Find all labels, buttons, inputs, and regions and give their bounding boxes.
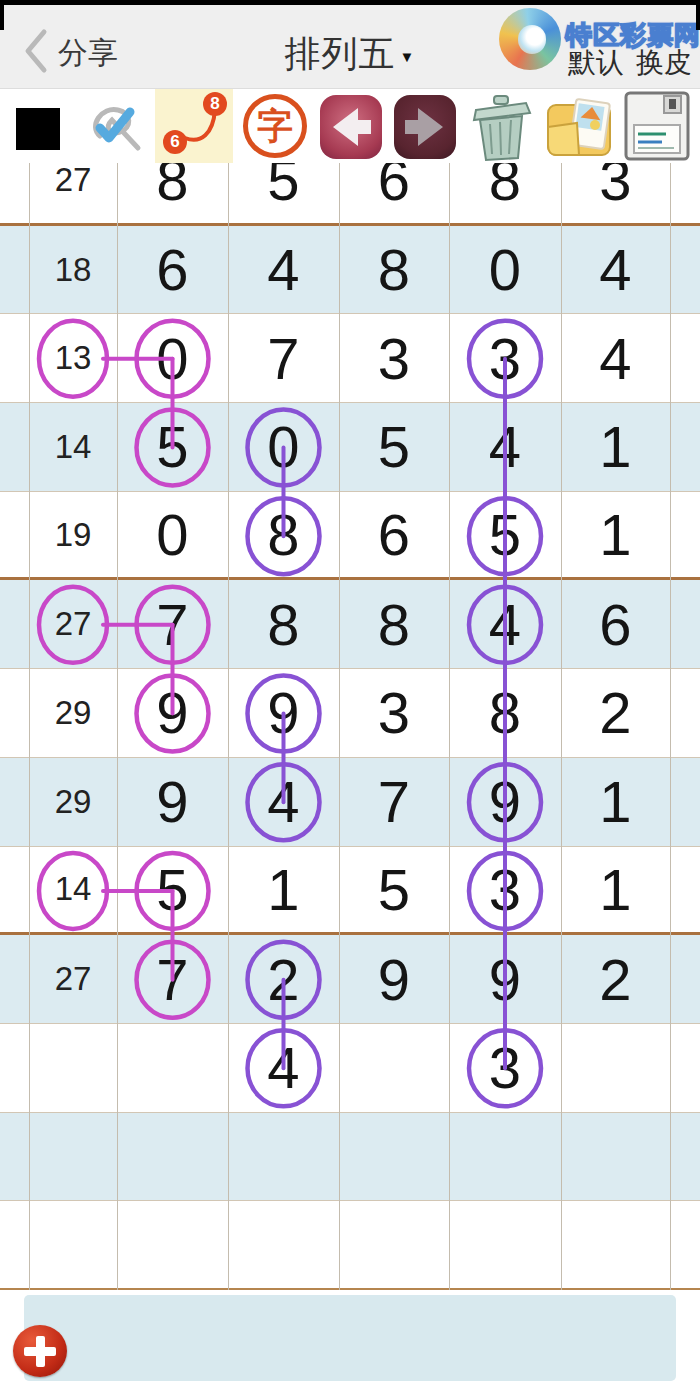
row-gutter (670, 758, 700, 846)
drawing-toolbar: 6 8 字 (0, 88, 700, 163)
digit-cell[interactable]: 4 (561, 314, 670, 402)
row-gutter (0, 1113, 29, 1201)
grid-vline (29, 137, 30, 1290)
digit-cell[interactable]: 1 (561, 403, 670, 491)
digit-cell[interactable]: 7 (117, 580, 228, 668)
digit-cell[interactable]: 5 (449, 492, 561, 578)
digit-cell[interactable]: 9 (117, 669, 228, 757)
digit-cell[interactable] (561, 1113, 670, 1201)
row-sum-label[interactable]: 18 (29, 226, 117, 314)
row-sum-label[interactable]: 19 (29, 492, 117, 578)
digit-cell[interactable]: 0 (117, 492, 228, 578)
stamp-glyph: 字 (257, 102, 293, 151)
select-check-tool-button[interactable] (86, 98, 150, 158)
footer-panel (24, 1295, 676, 1381)
digit-cell[interactable] (449, 1201, 561, 1288)
chart-row (0, 1201, 700, 1290)
check-lasso-icon (86, 98, 150, 158)
row-sum-label[interactable]: 29 (29, 758, 117, 846)
back-chevron-icon[interactable] (20, 26, 50, 80)
row-gutter (670, 1201, 700, 1288)
digit-cell[interactable] (339, 1113, 449, 1201)
chart-row (0, 1113, 700, 1202)
grid-vline (117, 137, 118, 1290)
brand-swirl-logo (499, 8, 561, 70)
digit-cell[interactable]: 8 (228, 492, 339, 578)
header-bar: 分享 排列五▼ 特区彩票网 默认换皮 (0, 0, 700, 89)
digit-cell[interactable]: 4 (228, 226, 339, 314)
share-button[interactable]: 分享 (58, 33, 118, 74)
trash-button[interactable] (466, 90, 536, 162)
floppy-disk-icon (622, 89, 692, 163)
chart-row: 2999382 (0, 669, 700, 758)
digit-cell[interactable]: 0 (449, 226, 561, 314)
digit-cell[interactable]: 5 (117, 847, 228, 933)
digit-cell[interactable]: 0 (228, 403, 339, 491)
digit-cell[interactable]: 5 (339, 847, 449, 933)
digit-cell[interactable]: 3 (449, 1024, 561, 1112)
digit-cell[interactable]: 0 (117, 314, 228, 402)
add-annotation-button[interactable] (13, 1325, 67, 1377)
row-gutter (670, 1024, 700, 1112)
redo-button[interactable] (394, 95, 456, 159)
row-gutter (0, 758, 29, 846)
gallery-folder-icon (543, 93, 615, 161)
row-gutter (670, 669, 700, 757)
row-gutter (670, 492, 700, 578)
chart-row: 1908651 (0, 492, 700, 581)
row-sum-label[interactable]: 27 (29, 580, 117, 668)
image-gallery-button[interactable] (543, 93, 615, 161)
row-gutter (0, 1201, 29, 1288)
digit-cell[interactable]: 5 (339, 403, 449, 491)
chart-row: 1307334 (0, 314, 700, 403)
row-gutter (0, 847, 29, 933)
digit-cell[interactable]: 9 (117, 758, 228, 846)
black-color-swatch[interactable] (16, 108, 60, 150)
digit-cell[interactable]: 1 (561, 758, 670, 846)
connect-badge-8: 8 (203, 92, 227, 116)
footer-bar (0, 1290, 700, 1381)
digit-cell[interactable]: 3 (339, 314, 449, 402)
digit-cell[interactable]: 2 (561, 669, 670, 757)
grid-vline (670, 137, 671, 1290)
digit-cell[interactable]: 7 (339, 758, 449, 846)
chevron-down-icon: ▼ (400, 48, 416, 65)
digit-cell[interactable]: 4 (228, 758, 339, 846)
row-gutter (0, 935, 29, 1023)
digit-cell[interactable]: 2 (561, 935, 670, 1023)
text-stamp-tool-button[interactable]: 字 (243, 94, 307, 158)
chart-row: 1451531 (0, 847, 700, 936)
chart-row: 2772992 (0, 935, 700, 1024)
digit-cell[interactable]: 1 (561, 847, 670, 933)
digit-cell[interactable]: 4 (561, 226, 670, 314)
digit-cell[interactable]: 9 (449, 935, 561, 1023)
row-gutter (670, 847, 700, 933)
digit-cell[interactable] (339, 1201, 449, 1288)
row-gutter (0, 1024, 29, 1112)
digit-cell[interactable]: 5 (117, 403, 228, 491)
screen-edge-right (696, 0, 700, 30)
row-gutter (0, 314, 29, 402)
digit-cell[interactable]: 6 (561, 580, 670, 668)
row-gutter (0, 669, 29, 757)
digit-cell[interactable] (339, 1024, 449, 1112)
trash-icon (466, 90, 536, 162)
page-title: 排列五 (285, 33, 396, 74)
digit-cell[interactable]: 1 (228, 847, 339, 933)
digit-cell[interactable]: 9 (228, 669, 339, 757)
lottery-title-dropdown[interactable]: 排列五▼ (285, 30, 416, 79)
row-sum-label[interactable]: 29 (29, 669, 117, 757)
connect-badge-6: 6 (163, 130, 187, 154)
brand-watermark: 特区彩票网 (566, 18, 700, 53)
digit-cell[interactable] (561, 1024, 670, 1112)
row-gutter (0, 492, 29, 578)
chart-row: 2994791 (0, 758, 700, 847)
row-gutter (670, 403, 700, 491)
row-sum-label[interactable]: 27 (29, 935, 117, 1023)
grid-vline (228, 137, 229, 1290)
left-arrow-icon (320, 95, 382, 159)
right-arrow-icon (394, 95, 456, 159)
row-gutter (0, 226, 29, 314)
digit-cell[interactable]: 3 (339, 669, 449, 757)
digit-cell[interactable] (228, 1201, 339, 1288)
save-button[interactable] (622, 89, 692, 163)
grid-vline (449, 137, 450, 1290)
row-sum-label[interactable] (29, 1201, 117, 1288)
digit-cell[interactable]: 6 (339, 492, 449, 578)
row-sum-label[interactable] (29, 1024, 117, 1112)
digit-cell[interactable]: 8 (339, 580, 449, 668)
screen-edge-left (0, 0, 4, 30)
digit-cell[interactable]: 3 (449, 847, 561, 933)
digit-cell[interactable] (117, 1024, 228, 1112)
row-sum-label[interactable] (29, 1113, 117, 1201)
digit-cell[interactable]: 4 (449, 403, 561, 491)
digit-cell[interactable]: 8 (339, 226, 449, 314)
digit-cell[interactable]: 1 (561, 492, 670, 578)
row-gutter (670, 226, 700, 314)
digit-cell[interactable] (228, 1113, 339, 1201)
grid-vline (339, 137, 340, 1290)
row-gutter (670, 580, 700, 668)
digit-cell[interactable]: 2 (228, 935, 339, 1023)
digit-cell[interactable]: 7 (117, 935, 228, 1023)
chart-row: 1864804 (0, 226, 700, 315)
row-gutter (0, 580, 29, 668)
grid-vline (561, 137, 562, 1290)
connect-numbers-tool-button[interactable]: 6 8 (155, 88, 233, 163)
chart-row: 1450541 (0, 403, 700, 492)
digit-cell[interactable]: 8 (449, 669, 561, 757)
digit-cell[interactable] (117, 1113, 228, 1201)
chart-row: 43 (0, 1024, 700, 1113)
row-gutter (670, 935, 700, 1023)
digit-cell[interactable]: 9 (449, 758, 561, 846)
chart-row: 2778846 (0, 580, 700, 669)
row-gutter (0, 403, 29, 491)
digit-cell[interactable]: 4 (449, 580, 561, 668)
digit-cell[interactable]: 7 (228, 314, 339, 402)
trend-chart: 2785683186480413073341450541190865127788… (0, 137, 700, 1290)
digit-cell[interactable]: 9 (339, 935, 449, 1023)
row-sum-label[interactable]: 14 (29, 403, 117, 491)
digit-cell[interactable]: 8 (228, 580, 339, 668)
screen-edge-top (0, 0, 700, 5)
digit-cell[interactable]: 6 (117, 226, 228, 314)
row-sum-label[interactable]: 14 (29, 847, 117, 933)
digit-cell[interactable] (449, 1113, 561, 1201)
digit-cell[interactable]: 4 (228, 1024, 339, 1112)
digit-cell[interactable] (561, 1201, 670, 1288)
app-screen: 分享 排列五▼ 特区彩票网 默认换皮 6 8 字 (0, 0, 700, 1381)
row-gutter (670, 314, 700, 402)
digit-cell[interactable] (117, 1201, 228, 1288)
digit-cell[interactable]: 3 (449, 314, 561, 402)
undo-button[interactable] (320, 95, 382, 159)
row-gutter (670, 1113, 700, 1201)
row-sum-label[interactable]: 13 (29, 314, 117, 402)
